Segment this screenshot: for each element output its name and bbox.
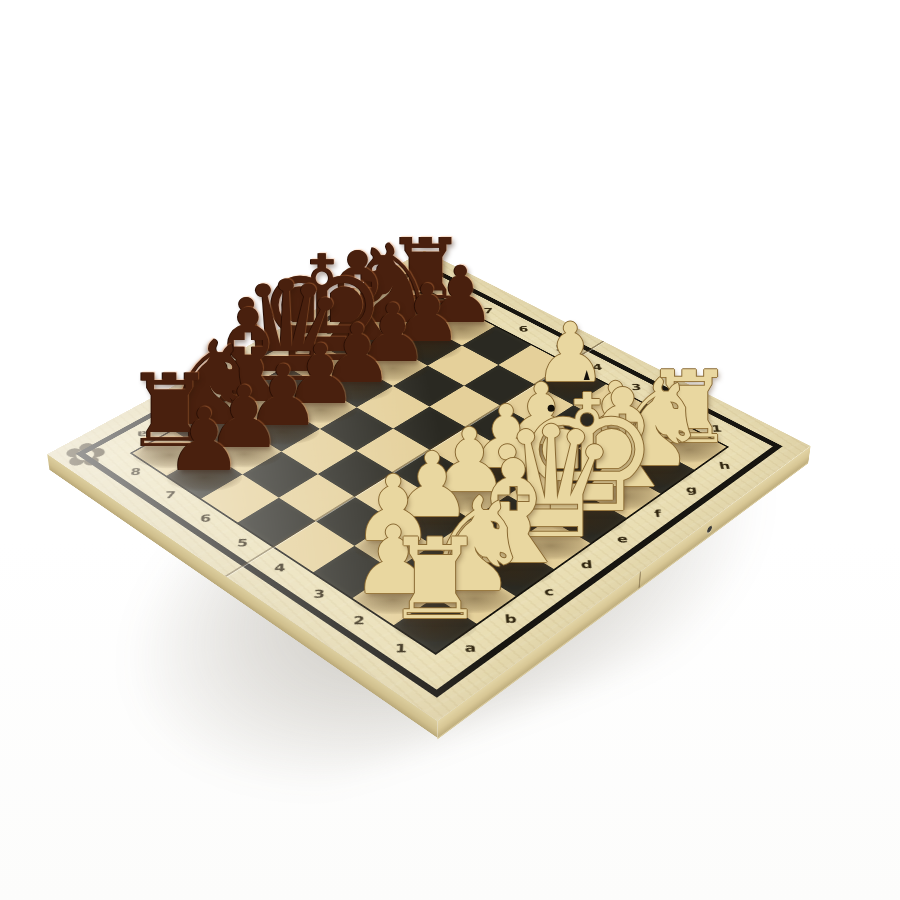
clasp-pin [707,525,712,534]
square-a6[interactable] [201,475,278,523]
light-wash-overlay [47,251,811,721]
rank-label-7: 7 [151,478,188,512]
square-b4[interactable] [315,497,393,546]
file-label-g: g [663,479,721,499]
square-a2[interactable] [353,571,435,625]
file-label-d: d [557,554,616,576]
square-f1[interactable] [584,471,660,518]
rank-label-1: 1 [383,628,419,669]
rank-label-8: 8 [117,456,154,489]
square-b3[interactable] [354,521,433,572]
square-c5[interactable] [318,451,393,497]
square-g1[interactable] [619,448,694,494]
rank-label-2: 2 [341,601,376,641]
file-labels-southeast: abcdefgh [437,448,753,671]
square-c3[interactable] [393,496,471,545]
rank-label-6: 6 [187,501,223,536]
fold-seam-side [638,571,641,588]
square-a7[interactable] [166,452,242,498]
square-b6[interactable] [242,452,318,498]
square-d3[interactable] [431,472,507,519]
square-d2[interactable] [471,495,549,544]
square-d1[interactable] [511,519,590,569]
square-f2[interactable] [544,448,619,494]
square-b1[interactable] [434,570,515,624]
square-b5[interactable] [278,474,355,522]
rank-label-4: 4 [262,550,298,587]
file-label-a: a [440,635,501,660]
rank-labels-southwest: 87654321 [106,454,434,671]
square-d4[interactable] [393,450,468,496]
board-top-face: ✿ 87654321 87654321 abcdefgh abcdefgh [47,251,811,721]
square-e1[interactable] [548,494,626,543]
square-c2[interactable] [433,520,512,570]
perspective-scene: ✿ 87654321 87654321 abcdefgh abcdefgh [0,0,900,900]
file-label-e: e [593,528,652,550]
square-a4[interactable] [275,521,354,572]
chess-board: ✿ 87654321 87654321 abcdefgh abcdefgh [47,251,811,721]
file-label-c: c [519,580,579,603]
square-c1[interactable] [473,544,553,596]
square-e3[interactable] [468,449,543,495]
rank-label-5: 5 [224,525,260,561]
file-label-b: b [481,607,541,631]
square-c4[interactable] [355,473,432,520]
chess-set-photo: ✿ 87654321 87654321 abcdefgh abcdefgh ♜♞… [0,0,900,900]
rank-label-3: 3 [301,575,337,613]
square-e2[interactable] [508,471,584,518]
square-a3[interactable] [313,546,393,598]
square-a1[interactable] [393,597,476,653]
square-b2[interactable] [393,545,473,597]
file-label-f: f [629,503,687,524]
file-label-h: h [696,456,753,476]
square-a5[interactable] [237,498,315,547]
